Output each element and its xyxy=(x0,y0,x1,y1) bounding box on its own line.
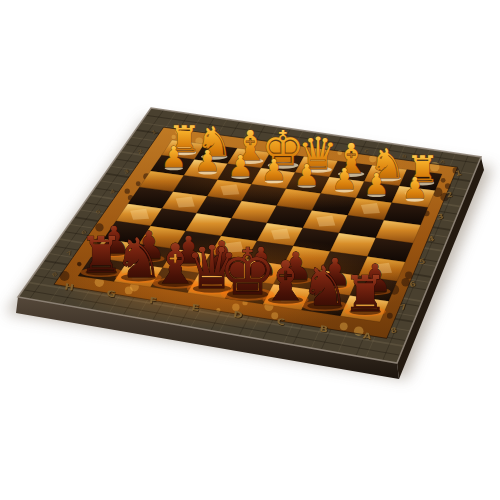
svg-text:♟: ♟ xyxy=(331,162,357,196)
svg-text:♟: ♟ xyxy=(363,167,389,201)
amber-chess-set-photo: HH1111HHGG2222GGFF3333FFEE4444EEDD5555DD… xyxy=(0,0,500,500)
svg-text:D: D xyxy=(233,309,244,320)
svg-text:♟: ♟ xyxy=(227,149,253,183)
piece-white-pawn-f2: ♟ xyxy=(227,149,253,183)
svg-text:B: B xyxy=(319,323,329,334)
piece-white-pawn-g2: ♟ xyxy=(195,144,221,178)
svg-text:♟: ♟ xyxy=(195,144,221,178)
file-label-near-H: HH xyxy=(64,281,75,293)
svg-text:♟: ♟ xyxy=(261,153,287,187)
svg-text:♟: ♟ xyxy=(161,140,187,174)
file-label-near-D: DD xyxy=(233,309,244,321)
frame-mottle xyxy=(136,181,141,186)
chess-board: HH1111HHGG2222GGFF3333FFEE4444EEDD5555DD… xyxy=(0,0,500,500)
piece-white-pawn-a2: ♟ xyxy=(402,171,428,205)
svg-text:H: H xyxy=(64,281,75,292)
svg-text:F: F xyxy=(149,295,158,306)
file-label-near-C: CC xyxy=(276,316,286,327)
frame-mottle xyxy=(387,313,393,319)
svg-text:C: C xyxy=(276,316,285,327)
frame-mottle xyxy=(340,322,348,330)
file-label-near-B: BB xyxy=(319,323,330,334)
piece-white-pawn-c2: ♟ xyxy=(331,162,357,196)
piece-white-pawn-d2: ♟ xyxy=(294,158,320,192)
square-glint xyxy=(316,216,335,227)
svg-text:♞: ♞ xyxy=(300,254,349,318)
piece-white-pawn-e2: ♟ xyxy=(261,153,287,187)
svg-text:♟: ♟ xyxy=(402,171,428,205)
file-label-near-F: FF xyxy=(149,295,159,306)
square-glint xyxy=(130,209,149,220)
svg-text:♟: ♟ xyxy=(294,158,320,192)
frame-mottle xyxy=(441,178,446,183)
piece-white-pawn-b2: ♟ xyxy=(363,167,389,201)
piece-black-knight-b8: ♞ xyxy=(300,254,349,318)
frame-mottle xyxy=(125,189,130,194)
svg-text:♜: ♜ xyxy=(343,265,387,323)
piece-white-pawn-h2: ♟ xyxy=(161,140,187,174)
piece-black-rook-a8: ♜ xyxy=(343,265,387,323)
